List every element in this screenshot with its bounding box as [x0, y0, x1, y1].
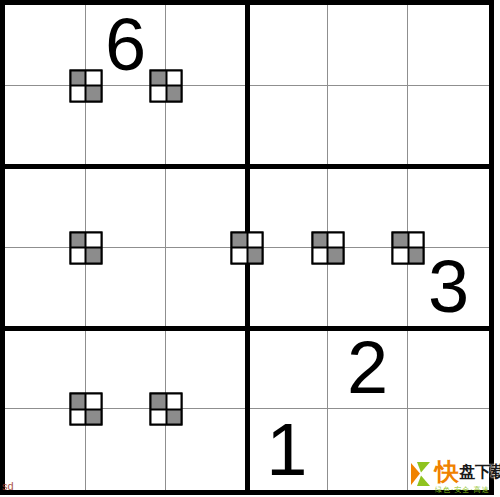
cell-r5c6[interactable]: [408, 328, 489, 409]
cell-r2c2[interactable]: [86, 86, 167, 167]
cell-r2c3[interactable]: [166, 86, 247, 167]
cell-r3c1[interactable]: [5, 167, 86, 248]
cell-r2c4[interactable]: [247, 86, 328, 167]
cell-r1c2[interactable]: 6: [86, 5, 167, 86]
puzzle-image: 6321 sd 快 盘下载 绿色·安全·高速: [0, 0, 500, 497]
cell-r3c5[interactable]: [328, 167, 409, 248]
cell-r2c1[interactable]: [5, 86, 86, 167]
corner-watermark-text: sd: [2, 481, 14, 492]
cell-r4c3[interactable]: [166, 248, 247, 329]
cell-r6c2[interactable]: [86, 409, 167, 490]
cell-r3c3[interactable]: [166, 167, 247, 248]
box-divider-vertical: [245, 5, 250, 490]
kuaipan-brand-text: 快 盘下载: [435, 460, 500, 484]
cell-r1c6[interactable]: [408, 5, 489, 86]
cell-r3c4[interactable]: [247, 167, 328, 248]
kuaipan-watermark: 快 盘下载 绿色·安全·高速: [408, 460, 500, 493]
cell-r1c1[interactable]: [5, 5, 86, 86]
brand-chars-pan-xia-zai: 盘下载: [459, 464, 500, 480]
cell-r4c2[interactable]: [86, 248, 167, 329]
cell-r6c3[interactable]: [166, 409, 247, 490]
box-divider-horizontal-top: [5, 164, 489, 169]
cell-r5c2[interactable]: [86, 328, 167, 409]
box-divider-horizontal-bottom: [5, 326, 489, 331]
sudoku-board: 6321: [0, 0, 494, 495]
cell-r2c6[interactable]: [408, 86, 489, 167]
cell-r2c5[interactable]: [328, 86, 409, 167]
cell-r5c5[interactable]: 2: [328, 328, 409, 409]
cell-r3c2[interactable]: [86, 167, 167, 248]
kuaipan-watermark-text: 快 盘下载 绿色·安全·高速: [435, 460, 500, 493]
cell-r1c5[interactable]: [328, 5, 409, 86]
cell-r4c4[interactable]: [247, 248, 328, 329]
brand-char-kuai: 快: [435, 460, 459, 484]
kuaipan-logo-icon: [408, 460, 432, 488]
cell-r6c1[interactable]: [5, 409, 86, 490]
cell-r4c6[interactable]: 3: [408, 248, 489, 329]
cell-r5c1[interactable]: [5, 328, 86, 409]
kuaipan-tagline: 绿色·安全·高速: [435, 486, 500, 493]
cell-r6c4[interactable]: 1: [247, 409, 328, 490]
cell-r1c4[interactable]: [247, 5, 328, 86]
cell-r4c5[interactable]: [328, 248, 409, 329]
cell-r4c1[interactable]: [5, 248, 86, 329]
cell-r1c3[interactable]: [166, 5, 247, 86]
cell-r5c3[interactable]: [166, 328, 247, 409]
cell-r3c6[interactable]: [408, 167, 489, 248]
cell-r6c5[interactable]: [328, 409, 409, 490]
cell-r5c4[interactable]: [247, 328, 328, 409]
